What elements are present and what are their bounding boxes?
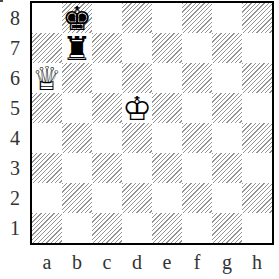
square-d5[interactable]: ♔ [122,93,152,123]
square-a1[interactable] [32,213,62,243]
square-b3[interactable] [62,153,92,183]
square-g1[interactable] [212,213,242,243]
file-label-g: g [212,245,242,279]
square-h8[interactable] [242,3,272,33]
square-e2[interactable] [152,183,182,213]
file-labels: abcdefgh [32,245,272,279]
square-a2[interactable] [32,183,62,213]
square-b5[interactable] [62,93,92,123]
square-h3[interactable] [242,153,272,183]
square-f6[interactable] [182,63,212,93]
rank-label-2: 2 [0,183,30,213]
square-f5[interactable] [182,93,212,123]
square-d3[interactable] [122,153,152,183]
square-g4[interactable] [212,123,242,153]
piece-white-king[interactable]: ♔ [122,93,152,123]
square-b4[interactable] [62,123,92,153]
square-c4[interactable] [92,123,122,153]
rank-labels: 87654321 [0,3,30,243]
square-c5[interactable] [92,93,122,123]
file-label-a: a [32,245,62,279]
square-g8[interactable] [212,3,242,33]
square-c1[interactable] [92,213,122,243]
square-f4[interactable] [182,123,212,153]
square-h5[interactable] [242,93,272,123]
square-e3[interactable] [152,153,182,183]
square-a4[interactable] [32,123,62,153]
square-g5[interactable] [212,93,242,123]
square-d4[interactable] [122,123,152,153]
square-g2[interactable] [212,183,242,213]
square-h1[interactable] [242,213,272,243]
chess-board: ♚♜♕♔ [32,3,272,243]
square-h2[interactable] [242,183,272,213]
square-f3[interactable] [182,153,212,183]
square-h6[interactable] [242,63,272,93]
square-e4[interactable] [152,123,182,153]
square-h4[interactable] [242,123,272,153]
file-label-c: c [92,245,122,279]
square-a8[interactable] [32,3,62,33]
rank-label-3: 3 [0,153,30,183]
piece-black-rook[interactable]: ♜ [62,33,92,63]
rank-label-5: 5 [0,93,30,123]
square-b2[interactable] [62,183,92,213]
square-d2[interactable] [122,183,152,213]
square-e5[interactable] [152,93,182,123]
file-label-b: b [62,245,92,279]
square-c3[interactable] [92,153,122,183]
rank-label-1: 1 [0,213,30,243]
rank-label-8: 8 [0,3,30,33]
square-d8[interactable] [122,3,152,33]
square-e7[interactable] [152,33,182,63]
square-g7[interactable] [212,33,242,63]
square-b1[interactable] [62,213,92,243]
square-c6[interactable] [92,63,122,93]
square-g6[interactable] [212,63,242,93]
square-g3[interactable] [212,153,242,183]
square-f7[interactable] [182,33,212,63]
square-c8[interactable] [92,3,122,33]
square-c2[interactable] [92,183,122,213]
square-d1[interactable] [122,213,152,243]
square-a5[interactable] [32,93,62,123]
square-h7[interactable] [242,33,272,63]
square-c7[interactable] [92,33,122,63]
square-a3[interactable] [32,153,62,183]
square-f2[interactable] [182,183,212,213]
square-e1[interactable] [152,213,182,243]
square-f8[interactable] [182,3,212,33]
chess-board-frame: ♚♜♕♔ [30,1,274,245]
rank-label-7: 7 [0,33,30,63]
square-d7[interactable] [122,33,152,63]
square-f1[interactable] [182,213,212,243]
square-e8[interactable] [152,3,182,33]
rank-label-6: 6 [0,63,30,93]
screen-edge-artifact [0,0,3,2]
square-a6[interactable]: ♕ [32,63,62,93]
rank-label-4: 4 [0,123,30,153]
file-label-e: e [152,245,182,279]
square-b7[interactable]: ♜ [62,33,92,63]
file-label-h: h [242,245,272,279]
square-b6[interactable] [62,63,92,93]
piece-white-queen[interactable]: ♕ [32,63,62,93]
square-e6[interactable] [152,63,182,93]
file-label-f: f [182,245,212,279]
file-label-d: d [122,245,152,279]
